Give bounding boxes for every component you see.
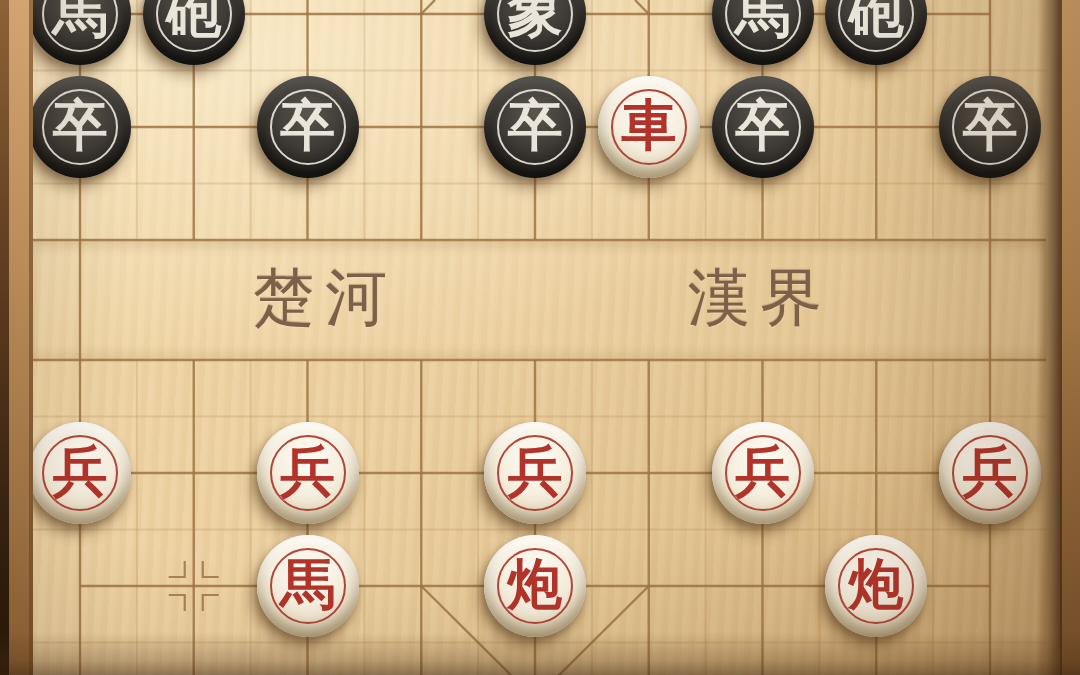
piece-black-soldier-i3[interactable]: 卒	[939, 76, 1041, 178]
piece-red-cannon-e7[interactable]: 炮	[484, 535, 586, 637]
piece-glyph: 卒	[280, 98, 335, 153]
board-frame-left	[9, 0, 33, 675]
xiangqi-board[interactable]: 楚河 漢界 馬砲象馬砲卒卒卒車卒卒兵兵兵兵兵馬炮炮	[0, 0, 1080, 675]
piece-black-soldier-a3[interactable]: 卒	[29, 76, 131, 178]
piece-black-horse-g2[interactable]: 馬	[712, 0, 814, 65]
piece-glyph: 車	[621, 98, 676, 153]
piece-glyph: 卒	[735, 98, 790, 153]
piece-glyph: 炮	[849, 557, 904, 612]
piece-glyph: 兵	[963, 444, 1018, 499]
piece-red-soldier-a6[interactable]: 兵	[29, 422, 131, 524]
piece-red-soldier-g6[interactable]: 兵	[712, 422, 814, 524]
piece-glyph: 兵	[735, 444, 790, 499]
board-frame-bottom-shadow	[0, 632, 1080, 675]
piece-glyph: 兵	[280, 444, 335, 499]
piece-glyph: 砲	[849, 0, 904, 40]
piece-glyph: 馬	[280, 557, 335, 612]
piece-red-horse-c7[interactable]: 馬	[257, 535, 359, 637]
piece-black-horse-a2[interactable]: 馬	[29, 0, 131, 65]
piece-glyph: 兵	[53, 444, 108, 499]
piece-black-cannon-h2[interactable]: 砲	[825, 0, 927, 65]
piece-glyph: 兵	[508, 444, 563, 499]
piece-black-soldier-c3[interactable]: 卒	[257, 76, 359, 178]
piece-red-chariot-f3[interactable]: 車	[598, 76, 700, 178]
piece-black-elephant-e2[interactable]: 象	[484, 0, 586, 65]
piece-red-soldier-i6[interactable]: 兵	[939, 422, 1041, 524]
piece-glyph: 馬	[53, 0, 108, 40]
piece-red-cannon-h7[interactable]: 炮	[825, 535, 927, 637]
piece-glyph: 象	[508, 0, 563, 40]
pieces-layer: 馬砲象馬砲卒卒卒車卒卒兵兵兵兵兵馬炮炮	[0, 0, 1080, 675]
piece-glyph: 炮	[508, 557, 563, 612]
piece-glyph: 卒	[963, 98, 1018, 153]
piece-glyph: 卒	[508, 98, 563, 153]
board-frame-left-edge	[0, 0, 9, 675]
piece-red-soldier-e6[interactable]: 兵	[484, 422, 586, 524]
piece-black-soldier-e3[interactable]: 卒	[484, 76, 586, 178]
piece-black-cannon-b2[interactable]: 砲	[143, 0, 245, 65]
piece-glyph: 砲	[166, 0, 221, 40]
board-frame-right	[1060, 0, 1080, 675]
board-frame-right-groove	[1036, 0, 1060, 675]
piece-glyph: 卒	[53, 98, 108, 153]
piece-red-soldier-c6[interactable]: 兵	[257, 422, 359, 524]
piece-black-soldier-g3[interactable]: 卒	[712, 76, 814, 178]
piece-glyph: 馬	[735, 0, 790, 40]
